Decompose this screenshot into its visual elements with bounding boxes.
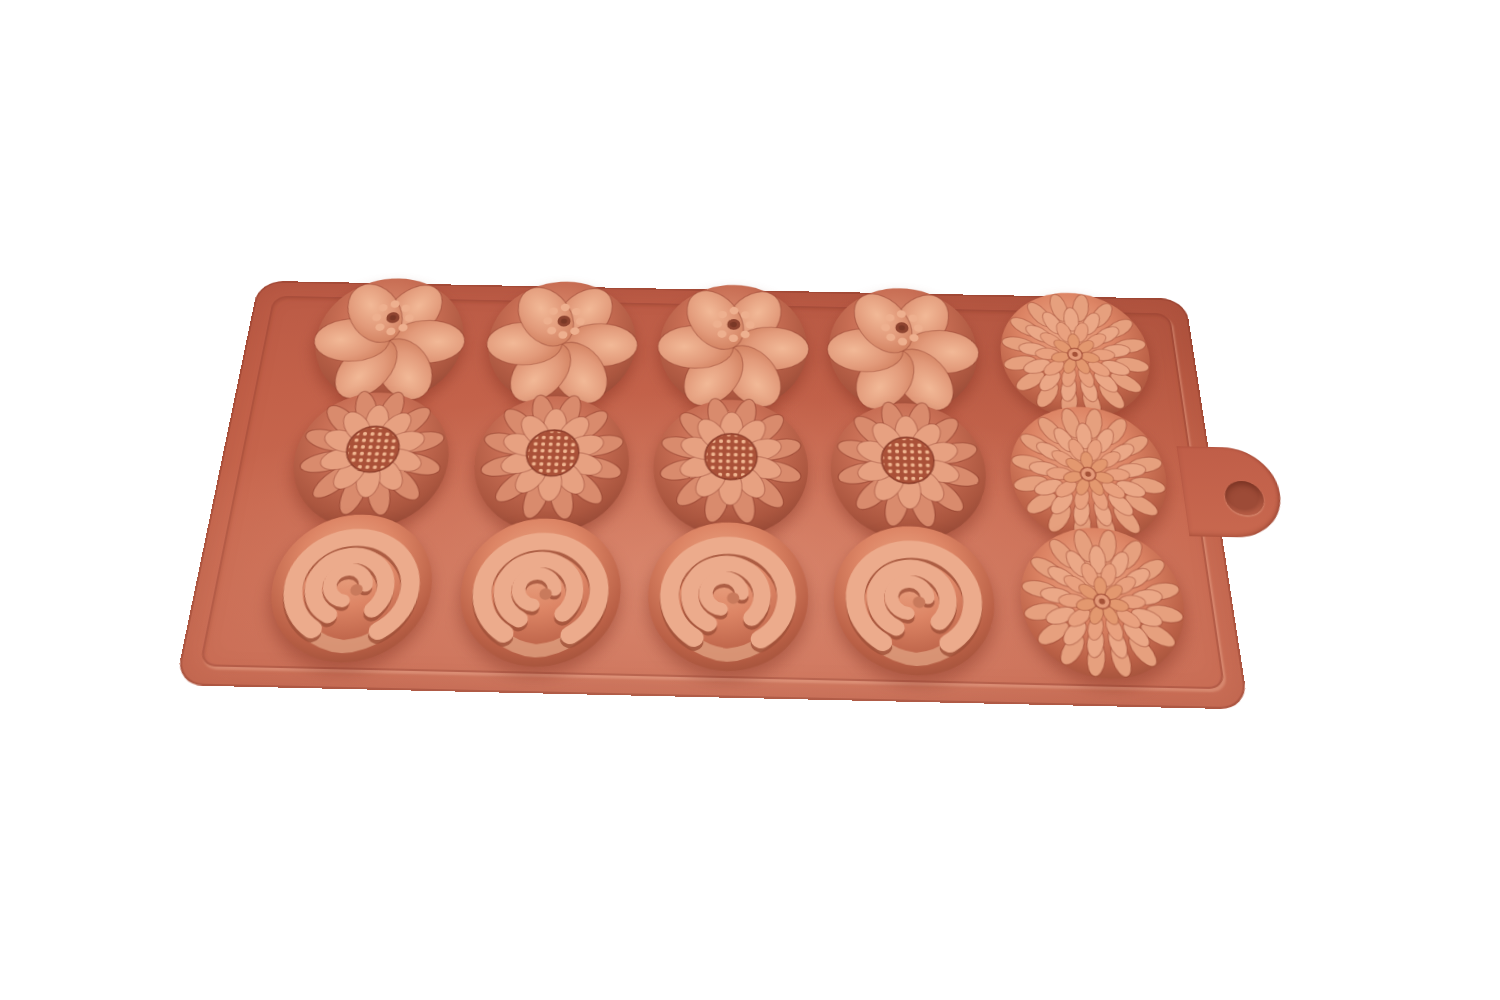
cavity-r3c2-rose [446, 507, 631, 670]
cavity-r3c1-rose [252, 503, 447, 665]
product-photo-stage [0, 0, 1500, 1000]
cavity-grid [175, 281, 1249, 710]
rose-flower-relief [446, 507, 631, 670]
cavity-r3c3-rose [638, 510, 815, 673]
hanging-hole [1222, 481, 1266, 516]
rose-flower-relief [252, 503, 447, 665]
cavity-r3c5-chrysanthemum [1009, 518, 1199, 682]
silicone-mold [175, 281, 1249, 710]
cavity-r3c4-rose [826, 514, 1005, 677]
rose-flower-relief [826, 514, 1005, 677]
chrysanthemum-flower-relief [1009, 518, 1199, 682]
mold-face [175, 281, 1249, 710]
rose-flower-relief [638, 510, 815, 673]
